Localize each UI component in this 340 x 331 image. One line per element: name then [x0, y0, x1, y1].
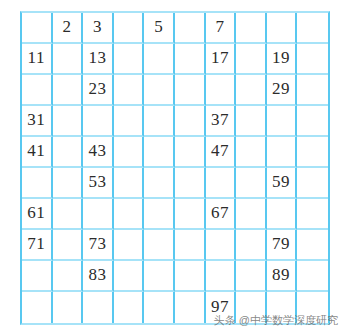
cell-number: 13	[88, 49, 106, 66]
grid-cell	[236, 44, 267, 75]
grid-cell	[114, 13, 145, 44]
grid-cell: 61	[22, 199, 53, 230]
cell-number: 41	[27, 142, 45, 159]
grid-cell	[297, 199, 328, 230]
grid-cell	[297, 75, 328, 106]
cell-number: 73	[88, 235, 106, 252]
grid-cell	[175, 292, 206, 323]
grid-cell: 67	[206, 199, 237, 230]
grid-cell	[297, 106, 328, 137]
watermark: 头条 @中学数学深度研究	[214, 313, 338, 328]
prime-hundred-chart-grid: 2357111317192329313741434753596167717379…	[20, 11, 330, 325]
grid-cell	[175, 106, 206, 137]
grid-cell	[175, 13, 206, 44]
grid-cell	[53, 230, 84, 261]
grid-cell	[175, 44, 206, 75]
grid-cell: 53	[83, 168, 114, 199]
grid-cell	[53, 292, 84, 323]
grid-cell	[144, 168, 175, 199]
cell-number: 31	[27, 111, 45, 128]
grid-cell	[114, 230, 145, 261]
grid-cell	[114, 137, 145, 168]
grid-cell	[22, 168, 53, 199]
grid-cell	[22, 261, 53, 292]
grid-cell: 3	[83, 13, 114, 44]
grid-cell	[22, 292, 53, 323]
grid-cell	[206, 261, 237, 292]
cell-number: 7	[215, 18, 224, 35]
grid-cell	[236, 230, 267, 261]
grid-cell	[267, 137, 298, 168]
grid-cell	[22, 13, 53, 44]
grid-cell	[114, 44, 145, 75]
grid-cell	[144, 199, 175, 230]
cell-number: 29	[272, 80, 290, 97]
cell-number: 89	[272, 266, 290, 283]
cell-number: 23	[88, 80, 106, 97]
grid-cell	[114, 168, 145, 199]
cell-number: 17	[211, 49, 229, 66]
page: 2357111317192329313741434753596167717379…	[0, 0, 340, 331]
grid-cell: 37	[206, 106, 237, 137]
cell-number: 5	[154, 18, 163, 35]
grid-cell	[267, 106, 298, 137]
grid-cell	[53, 106, 84, 137]
grid-cell: 73	[83, 230, 114, 261]
grid-cell	[236, 137, 267, 168]
grid-cell: 5	[144, 13, 175, 44]
grid-cell	[53, 75, 84, 106]
grid-cell	[297, 230, 328, 261]
grid-cell: 17	[206, 44, 237, 75]
cell-number: 3	[93, 18, 102, 35]
grid-cell	[114, 261, 145, 292]
grid-cell: 19	[267, 44, 298, 75]
grid-cell	[83, 292, 114, 323]
grid-cell: 31	[22, 106, 53, 137]
cell-number: 43	[88, 142, 106, 159]
grid-cell	[236, 168, 267, 199]
grid-cell: 47	[206, 137, 237, 168]
grid-cell	[144, 75, 175, 106]
grid-cell	[144, 106, 175, 137]
grid-cell	[297, 261, 328, 292]
cell-number: 19	[272, 49, 290, 66]
grid-cell	[144, 261, 175, 292]
grid-cell	[114, 75, 145, 106]
grid-cell: 89	[267, 261, 298, 292]
cell-number: 83	[88, 266, 106, 283]
grid-cell	[236, 261, 267, 292]
grid-cell	[236, 13, 267, 44]
grid-cell: 79	[267, 230, 298, 261]
grid-cell	[144, 44, 175, 75]
grid-cell	[114, 199, 145, 230]
grid-cell	[114, 106, 145, 137]
grid-cell	[267, 13, 298, 44]
grid-cell: 13	[83, 44, 114, 75]
grid-cell	[206, 230, 237, 261]
grid-cell	[53, 44, 84, 75]
grid-cell: 29	[267, 75, 298, 106]
grid-cell	[144, 230, 175, 261]
grid-cell	[175, 137, 206, 168]
cell-number: 11	[28, 49, 45, 66]
grid-cell: 11	[22, 44, 53, 75]
grid-cell	[83, 199, 114, 230]
grid-cell: 2	[53, 13, 84, 44]
cell-number: 67	[211, 204, 229, 221]
grid-cell: 23	[83, 75, 114, 106]
grid-cell	[206, 75, 237, 106]
grid-cell	[175, 261, 206, 292]
grid-cell	[53, 168, 84, 199]
cell-number: 79	[272, 235, 290, 252]
grid-cell: 43	[83, 137, 114, 168]
grid-cell	[175, 75, 206, 106]
grid-cell	[22, 75, 53, 106]
grid-cell	[236, 75, 267, 106]
grid-cell	[297, 13, 328, 44]
cell-number: 61	[27, 204, 45, 221]
cell-number: 53	[88, 173, 106, 190]
grid-cell: 83	[83, 261, 114, 292]
grid-cell	[53, 261, 84, 292]
grid-cell	[114, 292, 145, 323]
grid-cell	[83, 106, 114, 137]
grid-cell	[144, 137, 175, 168]
grid-cell	[236, 199, 267, 230]
grid-cell	[175, 230, 206, 261]
grid-cell	[144, 292, 175, 323]
grid-cell	[175, 168, 206, 199]
grid-cell: 41	[22, 137, 53, 168]
cell-number: 47	[211, 142, 229, 159]
cell-number: 59	[272, 173, 290, 190]
grid-cell	[297, 44, 328, 75]
grid-cell	[267, 199, 298, 230]
grid-cell	[206, 168, 237, 199]
grid-cell	[53, 199, 84, 230]
cell-number: 37	[211, 111, 229, 128]
grid-cell	[297, 137, 328, 168]
grid-cell	[236, 106, 267, 137]
grid-cell	[297, 168, 328, 199]
grid-cell: 59	[267, 168, 298, 199]
grid-cell: 7	[206, 13, 237, 44]
grid-cell	[53, 137, 84, 168]
grid-cell	[175, 199, 206, 230]
cell-number: 2	[62, 18, 71, 35]
grid-cell: 71	[22, 230, 53, 261]
cell-number: 71	[27, 235, 45, 252]
